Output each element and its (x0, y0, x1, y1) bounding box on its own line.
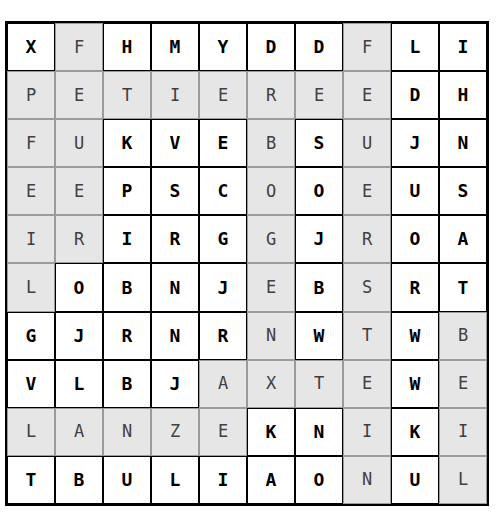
cell-letter: J (410, 134, 421, 152)
cell-letter: B (266, 135, 276, 152)
cell-letter: R (362, 231, 372, 248)
cell-r10c8[interactable]: N (343, 456, 391, 504)
cell-letter: E (218, 423, 228, 440)
cell-r3c1[interactable]: F (7, 119, 55, 167)
cell-letter: J (314, 230, 325, 248)
cell-letter: P (26, 87, 36, 104)
cell-r9c2[interactable]: A (55, 408, 103, 456)
cell-letter: B (458, 327, 468, 344)
cell-letter: W (410, 327, 421, 345)
cell-letter: C (218, 182, 229, 200)
cell-letter: U (362, 135, 372, 152)
cell-letter: N (362, 471, 372, 488)
cell-r1c3[interactable]: H (103, 23, 151, 71)
cell-r5c10[interactable]: A (439, 215, 487, 263)
cell-letter: I (218, 471, 229, 489)
cell-letter: L (410, 38, 421, 56)
cell-r10c9[interactable]: U (391, 456, 439, 504)
cell-r4c6[interactable]: O (247, 167, 295, 215)
cell-r9c10[interactable]: I (439, 408, 487, 456)
cell-letter: I (362, 423, 372, 440)
cell-r9c7[interactable]: N (295, 408, 343, 456)
cell-letter: E (362, 183, 372, 200)
cell-r7c4[interactable]: N (151, 312, 199, 360)
cell-letter: O (314, 182, 325, 200)
cell-r5c3[interactable]: I (103, 215, 151, 263)
cell-letter: T (26, 471, 37, 489)
cell-letter: L (74, 375, 85, 393)
cell-letter: U (410, 471, 421, 489)
cell-letter: T (362, 327, 372, 344)
cell-r2c2[interactable]: E (55, 71, 103, 119)
cell-r4c2[interactable]: E (55, 167, 103, 215)
cell-r7c8[interactable]: T (343, 312, 391, 360)
cell-r7c3[interactable]: R (103, 312, 151, 360)
cell-letter: F (74, 39, 84, 56)
cell-letter: E (218, 134, 229, 152)
cell-letter: A (218, 375, 228, 392)
cell-letter: L (26, 423, 36, 440)
cell-r2c10[interactable]: H (439, 71, 487, 119)
cell-r6c2[interactable]: O (55, 263, 103, 311)
cell-r9c8[interactable]: I (343, 408, 391, 456)
cell-r8c8[interactable]: E (343, 360, 391, 408)
cell-letter: N (266, 327, 276, 344)
cell-r8c6[interactable]: X (247, 360, 295, 408)
cell-letter: G (26, 327, 37, 345)
cell-letter: O (74, 279, 85, 297)
cell-letter: E (218, 87, 228, 104)
cell-letter: H (458, 86, 469, 104)
cell-letter: I (458, 38, 469, 56)
cell-r6c5[interactable]: J (199, 263, 247, 311)
cell-letter: L (26, 279, 36, 296)
cell-r4c7[interactable]: O (295, 167, 343, 215)
cell-r5c6[interactable]: G (247, 215, 295, 263)
cell-letter: O (410, 230, 421, 248)
cell-r5c1[interactable]: I (7, 215, 55, 263)
cell-r1c6[interactable]: D (247, 23, 295, 71)
cell-r1c9[interactable]: L (391, 23, 439, 71)
cell-letter: D (410, 86, 421, 104)
cell-r8c3[interactable]: B (103, 360, 151, 408)
cell-letter: N (170, 279, 181, 297)
cell-r10c1[interactable]: T (7, 456, 55, 504)
cell-letter: L (458, 471, 468, 488)
cell-letter: I (122, 230, 133, 248)
cell-r8c10[interactable]: E (439, 360, 487, 408)
cell-letter: E (362, 375, 372, 392)
cell-letter: E (74, 183, 84, 200)
cell-r7c2[interactable]: J (55, 312, 103, 360)
cell-letter: N (170, 327, 181, 345)
cell-letter: S (458, 182, 469, 200)
cell-letter: T (314, 375, 324, 392)
cell-r3c2[interactable]: U (55, 119, 103, 167)
cell-r9c6[interactable]: K (247, 408, 295, 456)
cell-letter: K (266, 423, 277, 441)
cell-r1c7[interactable]: D (295, 23, 343, 71)
cell-r4c3[interactable]: P (103, 167, 151, 215)
cell-r7c1[interactable]: G (7, 312, 55, 360)
cell-letter: L (170, 471, 181, 489)
cell-r6c9[interactable]: R (391, 263, 439, 311)
cell-r3c4[interactable]: V (151, 119, 199, 167)
cell-letter: U (410, 182, 421, 200)
cell-letter: B (122, 375, 133, 393)
cell-letter: D (266, 38, 277, 56)
cell-letter: S (362, 279, 372, 296)
cell-letter: M (170, 38, 181, 56)
cell-r3c5[interactable]: E (199, 119, 247, 167)
cell-r2c6[interactable]: R (247, 71, 295, 119)
cell-r1c5[interactable]: Y (199, 23, 247, 71)
cell-letter: A (458, 230, 469, 248)
cell-letter: S (314, 134, 325, 152)
cell-r1c10[interactable]: I (439, 23, 487, 71)
cell-r4c1[interactable]: E (7, 167, 55, 215)
cell-letter: H (122, 38, 133, 56)
cell-r5c5[interactable]: G (199, 215, 247, 263)
cell-letter: B (74, 471, 85, 489)
cell-r4c5[interactable]: C (199, 167, 247, 215)
cell-r8c1[interactable]: V (7, 360, 55, 408)
cell-letter: B (122, 279, 133, 297)
cell-letter: X (26, 38, 37, 56)
cell-r3c7[interactable]: S (295, 119, 343, 167)
cell-r2c5[interactable]: E (199, 71, 247, 119)
cell-r4c4[interactable]: S (151, 167, 199, 215)
cell-r4c10[interactable]: S (439, 167, 487, 215)
cell-letter: E (74, 87, 84, 104)
cell-r5c7[interactable]: J (295, 215, 343, 263)
cell-r6c4[interactable]: N (151, 263, 199, 311)
cell-letter: R (266, 87, 276, 104)
word-search-grid: XFHMYDDFLIPETIEREEDHFUKVEBSUJNEEPSCOOEUS… (5, 21, 489, 506)
cell-r10c6[interactable]: A (247, 456, 295, 504)
cell-r3c10[interactable]: N (439, 119, 487, 167)
cell-r2c1[interactable]: P (7, 71, 55, 119)
cell-letter: T (122, 87, 132, 104)
cell-letter: A (74, 423, 84, 440)
cell-r5c4[interactable]: R (151, 215, 199, 263)
cell-letter: B (314, 279, 325, 297)
cell-letter: N (122, 423, 132, 440)
cell-r7c10[interactable]: B (439, 312, 487, 360)
cell-letter: R (410, 279, 421, 297)
cell-r6c1[interactable]: L (7, 263, 55, 311)
cell-letter: U (122, 471, 133, 489)
cell-r9c4[interactable]: Z (151, 408, 199, 456)
cell-r5c2[interactable]: R (55, 215, 103, 263)
cell-letter: F (362, 39, 372, 56)
cell-letter: I (170, 87, 180, 104)
cell-r6c7[interactable]: B (295, 263, 343, 311)
cell-letter: X (266, 375, 276, 392)
cell-letter: W (314, 327, 325, 345)
cell-letter: P (122, 182, 133, 200)
cell-letter: O (266, 183, 276, 200)
cell-letter: E (458, 375, 468, 392)
cell-letter: K (410, 423, 421, 441)
cell-letter: N (458, 134, 469, 152)
cell-r8c5[interactable]: A (199, 360, 247, 408)
cell-r3c8[interactable]: U (343, 119, 391, 167)
cell-letter: E (266, 279, 276, 296)
cell-r3c9[interactable]: J (391, 119, 439, 167)
cell-r9c5[interactable]: E (199, 408, 247, 456)
cell-letter: G (218, 230, 229, 248)
cell-r8c4[interactable]: J (151, 360, 199, 408)
cell-letter: J (218, 279, 229, 297)
cell-r7c7[interactable]: W (295, 312, 343, 360)
cell-r1c4[interactable]: M (151, 23, 199, 71)
cell-r10c7[interactable]: O (295, 456, 343, 504)
cell-r6c8[interactable]: S (343, 263, 391, 311)
cell-letter: J (170, 375, 181, 393)
cell-letter: J (74, 327, 85, 345)
cell-letter: R (218, 327, 229, 345)
cell-r9c3[interactable]: N (103, 408, 151, 456)
cell-r10c5[interactable]: I (199, 456, 247, 504)
cell-r4c8[interactable]: E (343, 167, 391, 215)
cell-letter: D (314, 38, 325, 56)
cell-r2c3[interactable]: T (103, 71, 151, 119)
cell-letter: W (410, 375, 421, 393)
cell-letter: N (314, 423, 325, 441)
cell-letter: R (74, 231, 84, 248)
cell-r6c3[interactable]: B (103, 263, 151, 311)
cell-r8c9[interactable]: W (391, 360, 439, 408)
cell-r6c6[interactable]: E (247, 263, 295, 311)
cell-letter: E (26, 183, 36, 200)
cell-letter: K (122, 134, 133, 152)
cell-r1c2[interactable]: F (55, 23, 103, 71)
cell-r2c8[interactable]: E (343, 71, 391, 119)
cell-letter: T (458, 279, 469, 297)
cell-letter: F (26, 135, 36, 152)
cell-letter: A (266, 471, 277, 489)
cell-r1c8[interactable]: F (343, 23, 391, 71)
cell-letter: R (122, 327, 133, 345)
cell-r2c9[interactable]: D (391, 71, 439, 119)
cell-letter: S (170, 182, 181, 200)
cell-letter: U (74, 135, 84, 152)
cell-r4c9[interactable]: U (391, 167, 439, 215)
cell-r2c4[interactable]: I (151, 71, 199, 119)
cell-r3c3[interactable]: K (103, 119, 151, 167)
cell-r7c9[interactable]: W (391, 312, 439, 360)
cell-r10c2[interactable]: B (55, 456, 103, 504)
cell-letter: I (26, 231, 36, 248)
cell-letter: R (170, 230, 181, 248)
cell-letter: E (314, 87, 324, 104)
cell-letter: Y (218, 38, 229, 56)
cell-letter: Z (170, 423, 180, 440)
cell-r10c10[interactable]: L (439, 456, 487, 504)
cell-r8c2[interactable]: L (55, 360, 103, 408)
cell-letter: V (26, 375, 37, 393)
cell-r7c6[interactable]: N (247, 312, 295, 360)
cell-r8c7[interactable]: T (295, 360, 343, 408)
cell-r5c9[interactable]: O (391, 215, 439, 263)
cell-r6c10[interactable]: T (439, 263, 487, 311)
cell-r9c1[interactable]: L (7, 408, 55, 456)
cell-r9c9[interactable]: K (391, 408, 439, 456)
cell-letter: E (362, 87, 372, 104)
cell-letter: I (458, 423, 468, 440)
cell-r5c8[interactable]: R (343, 215, 391, 263)
cell-letter: V (170, 134, 181, 152)
cell-r10c3[interactable]: U (103, 456, 151, 504)
cell-r3c6[interactable]: B (247, 119, 295, 167)
cell-r2c7[interactable]: E (295, 71, 343, 119)
cell-letter: G (266, 231, 276, 248)
cell-r7c5[interactable]: R (199, 312, 247, 360)
cell-r10c4[interactable]: L (151, 456, 199, 504)
cell-r1c1[interactable]: X (7, 23, 55, 71)
cell-letter: O (314, 471, 325, 489)
